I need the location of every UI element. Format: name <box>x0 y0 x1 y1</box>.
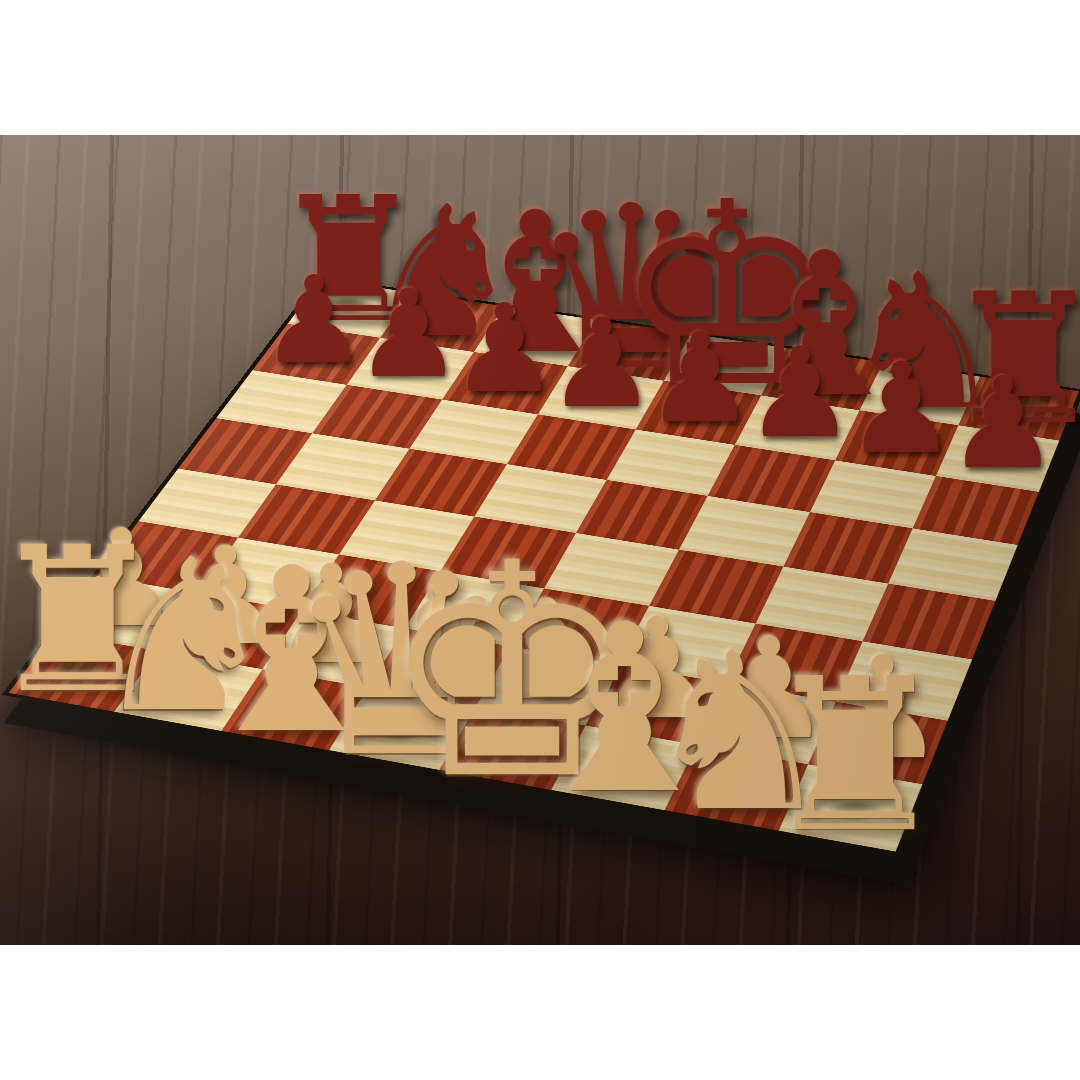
table-surface <box>0 135 1080 945</box>
bottom-white-band <box>0 945 1080 1080</box>
photo-area: ♜♞♝♛♚♝♞♜♟♟♟♟♟♟♟♟♟♟♟♟♟♟♟♟♜♞♝♛♚♝♞♜ <box>0 135 1080 945</box>
product-photo-canvas: ♜♞♝♛♚♝♞♜♟♟♟♟♟♟♟♟♟♟♟♟♟♟♟♟♜♞♝♛♚♝♞♜ <box>0 0 1080 1080</box>
top-white-band <box>0 0 1080 135</box>
